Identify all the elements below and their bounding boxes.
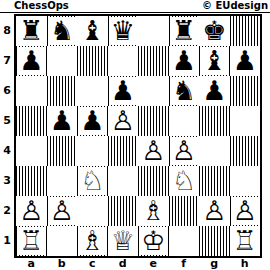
file-label-a: a bbox=[16, 258, 47, 270]
black-rook-a8: ♜ bbox=[17, 17, 45, 45]
square-a6[interactable] bbox=[16, 76, 47, 106]
square-h6[interactable] bbox=[230, 76, 261, 106]
square-f7[interactable]: ♟ bbox=[169, 46, 200, 76]
white-queen-d1: ♕ bbox=[109, 227, 137, 255]
square-h2[interactable]: ♙ bbox=[230, 196, 261, 226]
square-a7[interactable]: ♟ bbox=[16, 46, 47, 76]
black-knight-b8: ♞ bbox=[48, 17, 76, 45]
rank-label-4: 4 bbox=[0, 136, 14, 166]
black-bishop-c8: ♝ bbox=[78, 17, 106, 45]
square-e2[interactable]: ♗ bbox=[138, 196, 169, 226]
square-h1[interactable]: ♖ bbox=[230, 226, 261, 256]
square-d4[interactable] bbox=[108, 136, 139, 166]
white-pawn-d5: ♙ bbox=[109, 107, 137, 135]
black-pawn-d6: ♟ bbox=[109, 77, 137, 105]
white-pawn-b2: ♙ bbox=[48, 197, 76, 225]
rank-label-2: 2 bbox=[0, 196, 14, 226]
square-e3[interactable] bbox=[138, 166, 169, 196]
square-d3[interactable] bbox=[108, 166, 139, 196]
file-label-g: g bbox=[199, 258, 230, 270]
file-label-b: b bbox=[47, 258, 78, 270]
black-queen-d8: ♛ bbox=[109, 17, 137, 45]
square-f2[interactable] bbox=[169, 196, 200, 226]
square-e4[interactable]: ♙ bbox=[138, 136, 169, 166]
rank-label-1: 1 bbox=[0, 226, 14, 256]
square-a8[interactable]: ♜ bbox=[16, 16, 47, 46]
file-label-e: e bbox=[138, 258, 169, 270]
black-rook-f8: ♜ bbox=[170, 17, 198, 45]
square-b7[interactable] bbox=[47, 46, 78, 76]
square-a1[interactable]: ♖ bbox=[16, 226, 47, 256]
black-pawn-b5: ♟ bbox=[48, 107, 76, 135]
black-pawn-h7: ♟ bbox=[231, 47, 259, 75]
square-b8[interactable]: ♞ bbox=[47, 16, 78, 46]
square-g3[interactable] bbox=[199, 166, 230, 196]
square-f4[interactable]: ♙ bbox=[169, 136, 200, 166]
white-bishop-c1: ♗ bbox=[78, 227, 106, 255]
header-bar: ChessOps © EUdesign bbox=[0, 0, 270, 13]
square-b3[interactable] bbox=[47, 166, 78, 196]
file-label-h: h bbox=[230, 258, 261, 270]
board: ♜♞♝♛♜♚♟♟♝♟♟♞♟♟♟♙♙♙♘♘♙♙♗♙♙♖♗♕♔♖ bbox=[14, 14, 262, 258]
square-c2[interactable] bbox=[77, 196, 108, 226]
white-rook-h1: ♖ bbox=[231, 227, 259, 255]
square-e6[interactable] bbox=[138, 76, 169, 106]
rank-label-5: 5 bbox=[0, 106, 14, 136]
white-knight-f3: ♘ bbox=[170, 167, 198, 195]
square-b4[interactable] bbox=[47, 136, 78, 166]
file-labels: abcdefgh bbox=[16, 258, 260, 270]
white-pawn-g2: ♙ bbox=[200, 197, 228, 225]
square-d1[interactable]: ♕ bbox=[108, 226, 139, 256]
square-d5[interactable]: ♙ bbox=[108, 106, 139, 136]
square-c6[interactable] bbox=[77, 76, 108, 106]
black-king-g8: ♚ bbox=[200, 17, 228, 45]
white-king-e1: ♔ bbox=[139, 227, 167, 255]
square-e5[interactable] bbox=[138, 106, 169, 136]
square-b1[interactable] bbox=[47, 226, 78, 256]
square-c8[interactable]: ♝ bbox=[77, 16, 108, 46]
square-a4[interactable] bbox=[16, 136, 47, 166]
square-f1[interactable] bbox=[169, 226, 200, 256]
square-g4[interactable] bbox=[199, 136, 230, 166]
square-f6[interactable]: ♞ bbox=[169, 76, 200, 106]
square-b6[interactable] bbox=[47, 76, 78, 106]
square-h4[interactable] bbox=[230, 136, 261, 166]
square-e8[interactable] bbox=[138, 16, 169, 46]
square-g6[interactable]: ♟ bbox=[199, 76, 230, 106]
app-title: ChessOps bbox=[14, 0, 69, 12]
white-knight-c3: ♘ bbox=[78, 167, 106, 195]
square-g5[interactable] bbox=[199, 106, 230, 136]
square-g8[interactable]: ♚ bbox=[199, 16, 230, 46]
square-b5[interactable]: ♟ bbox=[47, 106, 78, 136]
square-g7[interactable]: ♝ bbox=[199, 46, 230, 76]
square-g1[interactable] bbox=[199, 226, 230, 256]
square-d2[interactable] bbox=[108, 196, 139, 226]
rank-labels: 87654321 bbox=[0, 16, 14, 256]
rank-label-6: 6 bbox=[0, 76, 14, 106]
square-h5[interactable] bbox=[230, 106, 261, 136]
file-label-c: c bbox=[77, 258, 108, 270]
square-c7[interactable] bbox=[77, 46, 108, 76]
square-a5[interactable] bbox=[16, 106, 47, 136]
rank-label-3: 3 bbox=[0, 166, 14, 196]
square-f5[interactable] bbox=[169, 106, 200, 136]
square-c1[interactable]: ♗ bbox=[77, 226, 108, 256]
white-pawn-h2: ♙ bbox=[231, 197, 259, 225]
square-h3[interactable] bbox=[230, 166, 261, 196]
square-e7[interactable] bbox=[138, 46, 169, 76]
rank-label-8: 8 bbox=[0, 16, 14, 46]
square-a2[interactable]: ♙ bbox=[16, 196, 47, 226]
square-h7[interactable]: ♟ bbox=[230, 46, 261, 76]
black-bishop-g7: ♝ bbox=[200, 47, 228, 75]
square-a3[interactable] bbox=[16, 166, 47, 196]
black-pawn-g6: ♟ bbox=[200, 77, 228, 105]
square-f8[interactable]: ♜ bbox=[169, 16, 200, 46]
file-label-f: f bbox=[169, 258, 200, 270]
square-d8[interactable]: ♛ bbox=[108, 16, 139, 46]
white-pawn-f4: ♙ bbox=[170, 137, 198, 165]
white-bishop-e2: ♗ bbox=[139, 197, 167, 225]
square-c3[interactable]: ♘ bbox=[77, 166, 108, 196]
black-knight-f6: ♞ bbox=[170, 77, 198, 105]
copyright-label: © EUdesign bbox=[202, 0, 268, 12]
white-pawn-e4: ♙ bbox=[139, 137, 167, 165]
square-c5[interactable]: ♟ bbox=[77, 106, 108, 136]
black-pawn-c5: ♟ bbox=[78, 107, 106, 135]
square-f3[interactable]: ♘ bbox=[169, 166, 200, 196]
rank-label-7: 7 bbox=[0, 46, 14, 76]
square-d6[interactable]: ♟ bbox=[108, 76, 139, 106]
square-e1[interactable]: ♔ bbox=[138, 226, 169, 256]
black-pawn-a7: ♟ bbox=[17, 47, 45, 75]
black-pawn-f7: ♟ bbox=[170, 47, 198, 75]
file-label-d: d bbox=[108, 258, 139, 270]
square-h8[interactable] bbox=[230, 16, 261, 46]
square-g2[interactable]: ♙ bbox=[199, 196, 230, 226]
square-c4[interactable] bbox=[77, 136, 108, 166]
white-rook-a1: ♖ bbox=[17, 227, 45, 255]
white-pawn-a2: ♙ bbox=[17, 197, 45, 225]
square-b2[interactable]: ♙ bbox=[47, 196, 78, 226]
square-d7[interactable] bbox=[108, 46, 139, 76]
